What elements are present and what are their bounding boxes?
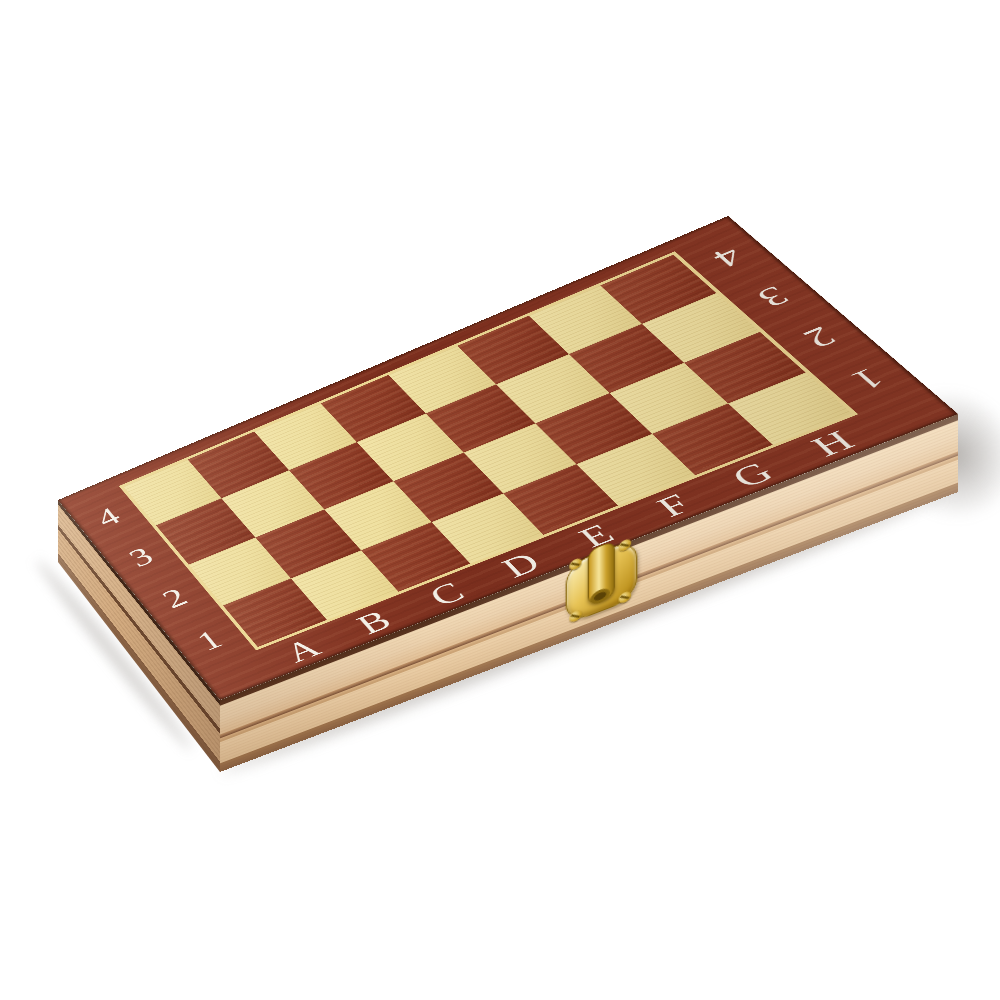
- product-photo-scene: ABCDEFGH 4321 4321: [0, 0, 1000, 1000]
